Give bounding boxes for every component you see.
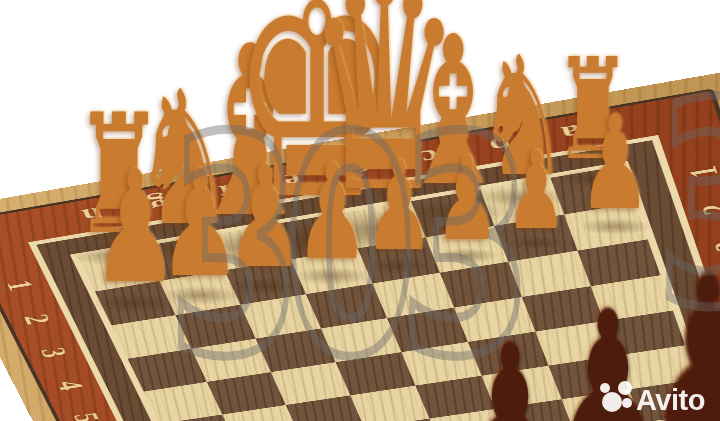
- white-pawn-d2: ♟: [365, 144, 434, 268]
- avito-logo-circle-large: [602, 392, 622, 412]
- black-pawn-foreground: ♟: [457, 320, 563, 421]
- white-pawn-e2: ♟: [295, 146, 368, 278]
- white-pawn-f2: ♟: [226, 148, 304, 288]
- chess-set-photo: 11hh22gg33ff44ee55dd66cc77bb88aa ♜♞♝♚♛♝♞…: [0, 0, 720, 421]
- avito-logo-circle-bottomright: [622, 398, 632, 408]
- avito-logo-circle-topleft: [600, 383, 610, 393]
- white-pawn-c2: ♟: [435, 141, 499, 257]
- avito-logo-circle-topright: [618, 381, 632, 395]
- white-pawn-a2: ♟: [579, 98, 651, 228]
- avito-logo-text: Avito: [636, 383, 705, 417]
- white-pawn-b2: ♟: [506, 137, 566, 245]
- avito-logo: Avito: [598, 382, 720, 418]
